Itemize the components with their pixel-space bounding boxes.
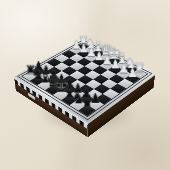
marble-surface: ♜♞♝♛♚♝♞♜♟♟♟♟♟♟♟♟♟♟♟♟♟♟♟♟♜♞♝♛♚♝♞♜ <box>0 0 170 170</box>
chess-board: ♜♞♝♛♚♝♞♜♟♟♟♟♟♟♟♟♟♟♟♟♟♟♟♟♜♞♝♛♚♝♞♜ <box>14 39 155 123</box>
square-d4 <box>77 66 92 75</box>
chess-set: ♜♞♝♛♚♝♞♜♟♟♟♟♟♟♟♟♟♟♟♟♟♟♟♟♜♞♝♛♚♝♞♜ <box>14 39 155 123</box>
black-rook: ♜ <box>81 96 94 110</box>
white-pawn: ♟ <box>127 66 138 78</box>
camera-perspective: ♜♞♝♛♚♝♞♜♟♟♟♟♟♟♟♟♟♟♟♟♟♟♟♟♜♞♝♛♚♝♞♜ <box>0 0 170 170</box>
